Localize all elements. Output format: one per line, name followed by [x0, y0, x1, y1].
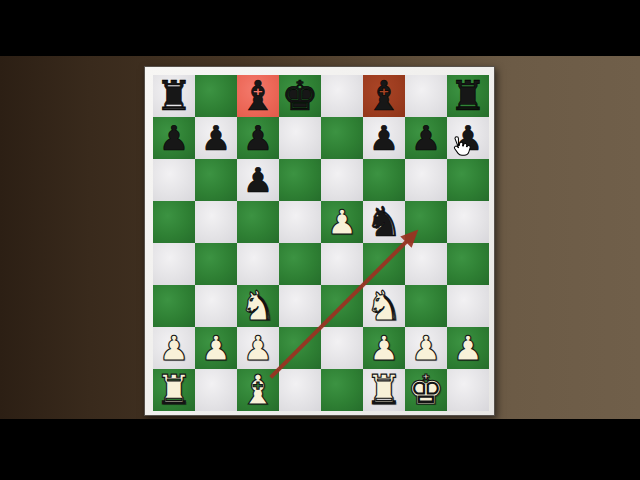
- square-a8[interactable]: ♜: [153, 75, 195, 117]
- square-b3[interactable]: [195, 285, 237, 327]
- piece-white-knight-f3[interactable]: ♞: [366, 285, 403, 327]
- square-c2[interactable]: ♟: [237, 327, 279, 369]
- square-f3[interactable]: ♞: [363, 285, 405, 327]
- board-squares: ♜♝♚♝♜♟♟♟♟♟♟♟♟♞♞♞♟♟♟♟♟♟♜♝♜♚: [153, 75, 489, 411]
- square-c3[interactable]: ♞: [237, 285, 279, 327]
- square-e7[interactable]: [321, 117, 363, 159]
- piece-white-pawn-h2[interactable]: ♟: [453, 327, 483, 369]
- piece-black-pawn-h7[interactable]: ♟: [453, 117, 483, 159]
- square-a6[interactable]: [153, 159, 195, 201]
- square-c1[interactable]: ♝: [237, 369, 279, 411]
- square-c5[interactable]: [237, 201, 279, 243]
- letterbox-top: [0, 0, 640, 56]
- square-a5[interactable]: [153, 201, 195, 243]
- square-a4[interactable]: [153, 243, 195, 285]
- square-a2[interactable]: ♟: [153, 327, 195, 369]
- square-d3[interactable]: [279, 285, 321, 327]
- piece-black-knight-f5[interactable]: ♞: [366, 201, 403, 243]
- square-f4[interactable]: [363, 243, 405, 285]
- piece-white-pawn-b2[interactable]: ♟: [201, 327, 231, 369]
- piece-white-bishop-c1[interactable]: ♝: [240, 369, 277, 411]
- piece-white-pawn-g2[interactable]: ♟: [411, 327, 441, 369]
- square-a1[interactable]: ♜: [153, 369, 195, 411]
- video-frame: ♜♝♚♝♜♟♟♟♟♟♟♟♟♞♞♞♟♟♟♟♟♟♜♝♜♚: [0, 0, 640, 480]
- piece-black-rook-a8[interactable]: ♜: [156, 75, 193, 117]
- square-d4[interactable]: [279, 243, 321, 285]
- square-b1[interactable]: [195, 369, 237, 411]
- chess-board-frame: ♜♝♚♝♜♟♟♟♟♟♟♟♟♞♞♞♟♟♟♟♟♟♜♝♜♚: [144, 66, 495, 416]
- square-d6[interactable]: [279, 159, 321, 201]
- square-h7[interactable]: ♟: [447, 117, 489, 159]
- square-d8[interactable]: ♚: [279, 75, 321, 117]
- square-g4[interactable]: [405, 243, 447, 285]
- piece-white-knight-c3[interactable]: ♞: [240, 285, 277, 327]
- square-b8[interactable]: [195, 75, 237, 117]
- piece-white-pawn-e5[interactable]: ♟: [327, 201, 357, 243]
- chess-board: ♜♝♚♝♜♟♟♟♟♟♟♟♟♞♞♞♟♟♟♟♟♟♜♝♜♚: [153, 75, 489, 411]
- square-g7[interactable]: ♟: [405, 117, 447, 159]
- square-c6[interactable]: ♟: [237, 159, 279, 201]
- square-f1[interactable]: ♜: [363, 369, 405, 411]
- square-f2[interactable]: ♟: [363, 327, 405, 369]
- square-e5[interactable]: ♟: [321, 201, 363, 243]
- square-h5[interactable]: [447, 201, 489, 243]
- square-h6[interactable]: [447, 159, 489, 201]
- piece-black-bishop-c8[interactable]: ♝: [240, 75, 277, 117]
- square-g6[interactable]: [405, 159, 447, 201]
- square-c8[interactable]: ♝: [237, 75, 279, 117]
- square-e6[interactable]: [321, 159, 363, 201]
- piece-white-king-g1[interactable]: ♚: [408, 369, 445, 411]
- square-b4[interactable]: [195, 243, 237, 285]
- square-g3[interactable]: [405, 285, 447, 327]
- square-e2[interactable]: [321, 327, 363, 369]
- square-e3[interactable]: [321, 285, 363, 327]
- square-e4[interactable]: [321, 243, 363, 285]
- piece-black-pawn-c7[interactable]: ♟: [243, 117, 273, 159]
- square-b7[interactable]: ♟: [195, 117, 237, 159]
- square-d1[interactable]: [279, 369, 321, 411]
- square-h8[interactable]: ♜: [447, 75, 489, 117]
- square-f8[interactable]: ♝: [363, 75, 405, 117]
- piece-white-rook-a1[interactable]: ♜: [156, 369, 193, 411]
- piece-black-bishop-f8[interactable]: ♝: [366, 75, 403, 117]
- piece-white-pawn-a2[interactable]: ♟: [159, 327, 189, 369]
- square-g1[interactable]: ♚: [405, 369, 447, 411]
- square-g5[interactable]: [405, 201, 447, 243]
- square-e8[interactable]: [321, 75, 363, 117]
- piece-black-rook-h8[interactable]: ♜: [450, 75, 487, 117]
- piece-black-king-d8[interactable]: ♚: [282, 75, 319, 117]
- square-h1[interactable]: [447, 369, 489, 411]
- square-c7[interactable]: ♟: [237, 117, 279, 159]
- piece-black-pawn-b7[interactable]: ♟: [201, 117, 231, 159]
- square-f5[interactable]: ♞: [363, 201, 405, 243]
- square-f7[interactable]: ♟: [363, 117, 405, 159]
- square-d5[interactable]: [279, 201, 321, 243]
- square-e1[interactable]: [321, 369, 363, 411]
- square-a3[interactable]: [153, 285, 195, 327]
- piece-white-rook-f1[interactable]: ♜: [366, 369, 403, 411]
- square-h3[interactable]: [447, 285, 489, 327]
- piece-white-pawn-c2[interactable]: ♟: [243, 327, 273, 369]
- square-d7[interactable]: [279, 117, 321, 159]
- square-b2[interactable]: ♟: [195, 327, 237, 369]
- piece-black-pawn-f7[interactable]: ♟: [369, 117, 399, 159]
- square-g2[interactable]: ♟: [405, 327, 447, 369]
- square-a7[interactable]: ♟: [153, 117, 195, 159]
- piece-black-pawn-c6[interactable]: ♟: [243, 159, 273, 201]
- letterbox-bottom: [0, 419, 640, 480]
- piece-black-pawn-g7[interactable]: ♟: [411, 117, 441, 159]
- piece-black-pawn-a7[interactable]: ♟: [159, 117, 189, 159]
- square-b6[interactable]: [195, 159, 237, 201]
- square-c4[interactable]: [237, 243, 279, 285]
- square-h4[interactable]: [447, 243, 489, 285]
- square-f6[interactable]: [363, 159, 405, 201]
- piece-white-pawn-f2[interactable]: ♟: [369, 327, 399, 369]
- square-b5[interactable]: [195, 201, 237, 243]
- square-d2[interactable]: [279, 327, 321, 369]
- square-h2[interactable]: ♟: [447, 327, 489, 369]
- square-g8[interactable]: [405, 75, 447, 117]
